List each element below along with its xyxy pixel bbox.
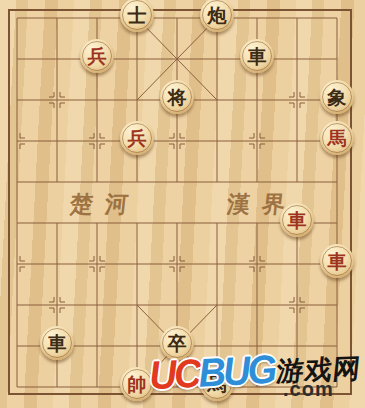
piece-character: 車: [248, 47, 267, 66]
piece-character: 卒: [168, 334, 187, 353]
piece-black-horse[interactable]: 馬: [200, 367, 234, 401]
piece-red-general[interactable]: 帥: [120, 367, 154, 401]
piece-character: 馬: [328, 129, 347, 148]
piece-black-elephant[interactable]: 象: [320, 80, 354, 114]
piece-character: 車: [48, 334, 67, 353]
xiangqi-app-screen: 楚河 漢界 士炮兵車将象兵馬車車車卒帥馬 UCBUG 游戏网 .com: [0, 0, 365, 408]
piece-character: 帥: [128, 375, 147, 394]
piece-character: 馬: [208, 375, 227, 394]
piece-character: 士: [128, 6, 147, 25]
piece-red-soldier-b[interactable]: 兵: [120, 121, 154, 155]
piece-black-chariot-a[interactable]: 車: [240, 39, 274, 73]
piece-character: 象: [328, 88, 347, 107]
piece-character: 車: [288, 211, 307, 230]
piece-character: 車: [328, 252, 347, 271]
piece-character: 兵: [88, 47, 107, 66]
piece-red-chariot-a[interactable]: 車: [280, 203, 314, 237]
piece-character: 炮: [208, 6, 227, 25]
piece-red-horse[interactable]: 馬: [320, 121, 354, 155]
piece-black-soldier[interactable]: 卒: [160, 326, 194, 360]
piece-character: 将: [168, 88, 187, 107]
piece-red-chariot-b[interactable]: 車: [320, 244, 354, 278]
piece-black-chariot-b[interactable]: 車: [40, 326, 74, 360]
piece-red-soldier-a[interactable]: 兵: [80, 39, 114, 73]
piece-black-general[interactable]: 将: [160, 80, 194, 114]
piece-character: 兵: [128, 129, 147, 148]
